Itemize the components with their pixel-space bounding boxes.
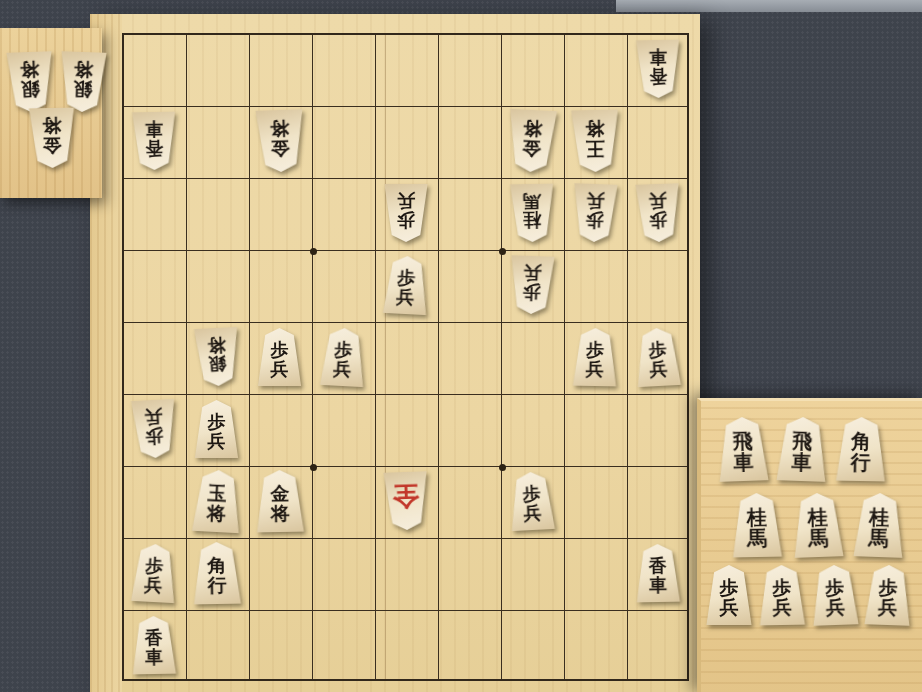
hand-piece[interactable]: 歩兵 xyxy=(757,565,806,626)
piece-label: 歩兵 xyxy=(331,340,353,378)
hand-piece-body: 角行 xyxy=(834,417,887,482)
hoshi-dot xyxy=(310,464,317,471)
board-piece[interactable]: 全 xyxy=(382,471,430,531)
board-piece[interactable]: 歩兵 xyxy=(633,327,682,387)
sente-hand-row-0: 飛車飛車角行 xyxy=(717,417,887,481)
piece-label: 金将 xyxy=(269,484,291,523)
board-piece-body: 桂馬 xyxy=(508,184,555,243)
piece-label: 桂馬 xyxy=(745,507,768,549)
board-piece-body: 銀将 xyxy=(192,327,241,387)
shogi-board: 香車香車金将金将王将歩兵桂馬歩兵歩兵歩兵歩兵銀将歩兵歩兵歩兵歩兵歩兵歩兵玉将金将… xyxy=(90,14,700,692)
gote-hand-row-1: 金将 xyxy=(28,108,76,168)
hoshi-dot xyxy=(310,248,317,255)
board-piece-body: 角行 xyxy=(191,542,242,605)
gote-hand-row-0: 銀将銀将 xyxy=(6,52,107,112)
hoshi-dot xyxy=(499,464,506,471)
board-piece[interactable]: 王将 xyxy=(569,110,620,173)
piece-label: 桂馬 xyxy=(521,192,542,229)
board-piece[interactable]: 金将 xyxy=(253,109,305,173)
hand-piece-body: 歩兵 xyxy=(757,565,806,626)
piece-label: 金将 xyxy=(41,116,63,155)
board-piece-body: 全 xyxy=(382,471,430,531)
board-piece-body: 歩兵 xyxy=(633,327,682,387)
board-piece[interactable]: 歩兵 xyxy=(508,255,556,315)
hand-piece-body: 飛車 xyxy=(775,416,829,482)
hand-piece[interactable]: 歩兵 xyxy=(810,564,860,626)
hand-piece[interactable]: 銀将 xyxy=(58,51,108,113)
hand-piece-body: 飛車 xyxy=(716,416,770,482)
board-piece-body: 玉将 xyxy=(190,469,243,534)
gote-captured-stand: 銀将銀将 金将 xyxy=(0,28,102,198)
piece-label: 全 xyxy=(390,483,421,511)
board-piece-body: 香車 xyxy=(130,616,177,675)
hand-piece-body: 銀将 xyxy=(5,51,55,113)
board-piece[interactable]: 桂馬 xyxy=(508,184,555,243)
board-piece-body: 王将 xyxy=(569,110,620,173)
hand-piece-body: 桂馬 xyxy=(791,492,845,558)
piece-label: 歩兵 xyxy=(269,341,289,378)
piece-label: 銀将 xyxy=(72,60,95,100)
board-piece[interactable]: 香車 xyxy=(130,616,177,675)
hand-piece[interactable]: 桂馬 xyxy=(852,492,906,558)
piece-label: 金将 xyxy=(268,119,291,159)
piece-label: 歩兵 xyxy=(718,578,739,617)
sente-hand-row-1: 桂馬桂馬桂馬 xyxy=(731,493,905,557)
hand-piece[interactable]: 角行 xyxy=(834,417,887,482)
hand-piece-body: 歩兵 xyxy=(863,564,913,626)
board-piece[interactable]: 香車 xyxy=(634,40,681,99)
board-piece[interactable]: 歩兵 xyxy=(507,471,556,531)
board-piece-body: 金将 xyxy=(505,109,558,174)
hoshi-dot xyxy=(499,248,506,255)
hand-piece-body: 歩兵 xyxy=(705,565,753,625)
board-piece-body: 香車 xyxy=(634,40,681,99)
board-piece[interactable]: 歩兵 xyxy=(318,327,367,387)
hand-piece-body: 桂馬 xyxy=(730,493,783,558)
photo-scene: 香車香車金将金将王将歩兵桂馬歩兵歩兵歩兵歩兵銀将歩兵歩兵歩兵歩兵歩兵歩兵玉将金将… xyxy=(0,0,922,692)
sente-hand-row-2: 歩兵歩兵歩兵歩兵 xyxy=(705,565,912,625)
piece-label: 金将 xyxy=(520,118,543,158)
piece-label: 歩兵 xyxy=(824,578,847,618)
piece-label: 歩兵 xyxy=(521,264,542,302)
piece-label: 歩兵 xyxy=(584,341,605,378)
board-piece[interactable]: 角行 xyxy=(191,542,242,605)
hand-piece[interactable]: 銀将 xyxy=(5,51,55,113)
piece-label: 歩兵 xyxy=(647,340,669,378)
board-piece-body: 歩兵 xyxy=(381,255,430,315)
piece-label: 桂馬 xyxy=(867,507,891,549)
piece-label: 角行 xyxy=(206,556,228,595)
piece-label: 飛車 xyxy=(790,431,814,473)
piece-label: 歩兵 xyxy=(584,192,605,230)
board-piece-body: 歩兵 xyxy=(571,183,619,243)
board-piece-body: 歩兵 xyxy=(508,255,556,315)
board-piece-body: 歩兵 xyxy=(257,328,303,386)
piece-label: 香車 xyxy=(143,120,164,157)
piece-label: 銀将 xyxy=(205,335,227,373)
hand-piece[interactable]: 歩兵 xyxy=(705,565,753,625)
board-piece[interactable]: 金将 xyxy=(505,109,558,174)
board-piece-body: 香車 xyxy=(130,112,177,171)
board-piece[interactable]: 香車 xyxy=(634,544,681,603)
hand-piece[interactable]: 飛車 xyxy=(775,416,829,482)
piece-label: 歩兵 xyxy=(647,192,668,230)
board-piece[interactable]: 歩兵 xyxy=(381,255,430,315)
hand-piece-body: 金将 xyxy=(27,108,76,169)
board-piece-body: 歩兵 xyxy=(194,400,240,458)
hand-piece[interactable]: 歩兵 xyxy=(863,564,913,626)
board-piece[interactable]: 銀将 xyxy=(192,327,241,387)
board-piece-body: 香車 xyxy=(634,544,681,603)
piece-label: 歩兵 xyxy=(142,407,164,445)
board-piece[interactable]: 歩兵 xyxy=(571,183,619,243)
piece-label: 香車 xyxy=(143,629,164,666)
piece-label: 歩兵 xyxy=(877,578,900,618)
board-piece-body: 歩兵 xyxy=(129,399,178,459)
hand-piece[interactable]: 桂馬 xyxy=(791,492,845,558)
board-piece[interactable]: 歩兵 xyxy=(194,400,240,458)
board-piece[interactable]: 歩兵 xyxy=(383,184,429,242)
piece-label: 桂馬 xyxy=(806,507,830,549)
board-grid: 香車香車金将金将王将歩兵桂馬歩兵歩兵歩兵歩兵銀将歩兵歩兵歩兵歩兵歩兵歩兵玉将金将… xyxy=(122,33,689,681)
hand-piece[interactable]: 飛車 xyxy=(716,416,770,482)
piece-label: 玉将 xyxy=(205,483,228,523)
board-piece[interactable]: 歩兵 xyxy=(571,328,618,387)
piece-label: 角行 xyxy=(849,431,872,473)
board-piece-body: 金将 xyxy=(253,109,305,173)
piece-label: 香車 xyxy=(647,557,668,594)
board-piece-body: 歩兵 xyxy=(507,471,556,531)
sente-captured-stand: 飛車飛車角行 桂馬桂馬桂馬 歩兵歩兵歩兵歩兵 xyxy=(697,398,922,692)
piece-label: 歩兵 xyxy=(394,268,416,306)
table-edge-strip xyxy=(616,0,922,12)
board-piece[interactable]: 歩兵 xyxy=(129,399,178,459)
piece-label: 歩兵 xyxy=(395,192,415,229)
board-piece-body: 歩兵 xyxy=(571,328,618,387)
board-piece-body: 歩兵 xyxy=(383,184,429,242)
hand-piece-body: 銀将 xyxy=(58,51,108,113)
piece-label: 歩兵 xyxy=(206,413,226,450)
piece-label: 銀将 xyxy=(19,60,42,100)
board-piece-body: 歩兵 xyxy=(318,327,367,387)
board-piece[interactable]: 香車 xyxy=(130,112,177,171)
piece-label: 香車 xyxy=(647,48,668,85)
board-piece-body: 歩兵 xyxy=(634,183,682,243)
piece-label: 王将 xyxy=(583,119,605,158)
piece-label: 飛車 xyxy=(731,431,755,473)
board-piece-body: 歩兵 xyxy=(129,543,178,603)
piece-label: 歩兵 xyxy=(142,556,164,594)
hand-piece-body: 歩兵 xyxy=(810,564,860,626)
board-piece[interactable]: 歩兵 xyxy=(634,183,682,243)
piece-label: 歩兵 xyxy=(521,484,543,522)
board-piece[interactable]: 金将 xyxy=(254,470,305,533)
board-piece[interactable]: 歩兵 xyxy=(257,328,303,386)
hand-piece[interactable]: 桂馬 xyxy=(730,493,783,558)
piece-label: 歩兵 xyxy=(771,578,793,617)
hand-piece[interactable]: 金将 xyxy=(27,108,76,169)
board-piece[interactable]: 玉将 xyxy=(190,469,243,534)
hand-piece-body: 桂馬 xyxy=(852,492,906,558)
board-piece-body: 金将 xyxy=(254,470,305,533)
board-piece[interactable]: 歩兵 xyxy=(129,543,178,603)
